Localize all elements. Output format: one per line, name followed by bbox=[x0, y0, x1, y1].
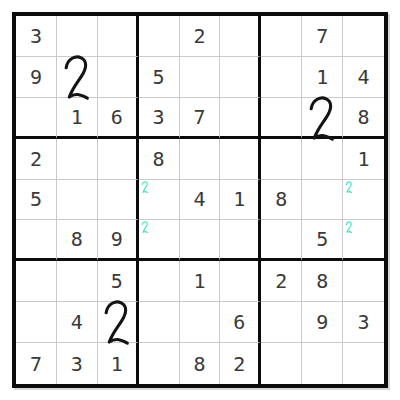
cell-r8c8[interactable]: 9 bbox=[302, 302, 343, 343]
given-digit: 6 bbox=[233, 312, 245, 332]
cell-r8c1[interactable] bbox=[16, 302, 57, 343]
cell-r1c9[interactable] bbox=[343, 16, 384, 57]
given-digit: 7 bbox=[193, 107, 205, 127]
cell-r3c9[interactable]: 8 bbox=[343, 98, 384, 139]
given-digit: 7 bbox=[316, 26, 328, 46]
given-digit: 9 bbox=[111, 229, 123, 249]
given-digit: 1 bbox=[71, 107, 83, 127]
cell-r4c5[interactable] bbox=[180, 139, 221, 180]
cell-r5c4[interactable] bbox=[139, 180, 180, 221]
cell-r5c8[interactable] bbox=[302, 180, 343, 221]
cell-r3c3[interactable]: 6 bbox=[98, 98, 139, 139]
cell-r2c9[interactable]: 4 bbox=[343, 57, 384, 98]
cell-r8c3[interactable] bbox=[98, 302, 139, 343]
cell-r4c8[interactable] bbox=[302, 139, 343, 180]
cell-r4c1[interactable]: 2 bbox=[16, 139, 57, 180]
cell-r9c2[interactable]: 3 bbox=[57, 343, 98, 384]
given-digit: 1 bbox=[358, 149, 370, 169]
given-digit: 8 bbox=[316, 271, 328, 291]
cell-r7c2[interactable] bbox=[57, 261, 98, 302]
pencil-mark-2 bbox=[141, 181, 149, 194]
cell-r2c4[interactable]: 5 bbox=[139, 57, 180, 98]
cell-r6c4[interactable] bbox=[139, 220, 180, 261]
given-digit: 1 bbox=[233, 189, 245, 209]
cell-r6c6[interactable] bbox=[220, 220, 261, 261]
given-digit: 3 bbox=[153, 107, 165, 127]
cell-r1c2[interactable] bbox=[57, 16, 98, 57]
handwritten-digit-2 bbox=[307, 95, 338, 145]
given-digit: 4 bbox=[193, 189, 205, 209]
cell-r2c5[interactable] bbox=[180, 57, 221, 98]
cell-r7c4[interactable] bbox=[139, 261, 180, 302]
given-digit: 2 bbox=[30, 149, 42, 169]
cell-r1c1[interactable]: 3 bbox=[16, 16, 57, 57]
given-digit: 9 bbox=[316, 312, 328, 332]
cell-r3c6[interactable] bbox=[220, 98, 261, 139]
given-digit: 8 bbox=[275, 189, 287, 209]
cell-r9c4[interactable] bbox=[139, 343, 180, 384]
cell-r9c5[interactable]: 8 bbox=[180, 343, 221, 384]
cell-r6c3[interactable]: 9 bbox=[98, 220, 139, 261]
pencil-mark-2 bbox=[141, 221, 149, 234]
cell-r2c2[interactable] bbox=[57, 57, 98, 98]
sudoku-board: 32795141637828154188955128469373182 bbox=[12, 12, 388, 388]
sudoku-app: 32795141637828154188955128469373182 bbox=[0, 0, 400, 400]
cell-r7c6[interactable] bbox=[220, 261, 261, 302]
cell-r3c8[interactable] bbox=[302, 98, 343, 139]
cell-r8c4[interactable] bbox=[139, 302, 180, 343]
cell-r5c3[interactable] bbox=[98, 180, 139, 221]
cell-r8c6[interactable]: 6 bbox=[220, 302, 261, 343]
cell-r6c7[interactable] bbox=[261, 220, 302, 261]
cell-r8c2[interactable]: 4 bbox=[57, 302, 98, 343]
cell-r1c3[interactable] bbox=[98, 16, 139, 57]
cell-r6c5[interactable] bbox=[180, 220, 221, 261]
cell-r2c8[interactable]: 1 bbox=[302, 57, 343, 98]
cell-r7c3[interactable]: 5 bbox=[98, 261, 139, 302]
cell-r3c1[interactable] bbox=[16, 98, 57, 139]
cell-r4c2[interactable] bbox=[57, 139, 98, 180]
given-digit: 5 bbox=[111, 271, 123, 291]
given-digit: 5 bbox=[316, 229, 328, 249]
handwritten-digit-2 bbox=[101, 299, 132, 349]
cell-r7c5[interactable]: 1 bbox=[180, 261, 221, 302]
cell-r3c4[interactable]: 3 bbox=[139, 98, 180, 139]
cell-r4c7[interactable] bbox=[261, 139, 302, 180]
cell-r2c6[interactable] bbox=[220, 57, 261, 98]
cell-r7c7[interactable]: 2 bbox=[261, 261, 302, 302]
given-digit: 8 bbox=[153, 149, 165, 169]
cell-r4c6[interactable] bbox=[220, 139, 261, 180]
cell-r1c7[interactable] bbox=[261, 16, 302, 57]
cell-r5c2[interactable] bbox=[57, 180, 98, 221]
given-digit: 2 bbox=[193, 26, 205, 46]
cell-r8c7[interactable] bbox=[261, 302, 302, 343]
given-digit: 1 bbox=[111, 354, 123, 374]
given-digit: 7 bbox=[30, 354, 42, 374]
given-digit: 4 bbox=[358, 67, 370, 87]
pencil-mark-2 bbox=[345, 181, 353, 194]
given-digit: 8 bbox=[71, 229, 83, 249]
cell-r7c8[interactable]: 8 bbox=[302, 261, 343, 302]
cell-r8c9[interactable]: 3 bbox=[343, 302, 384, 343]
given-digit: 5 bbox=[30, 189, 42, 209]
cell-r3c2[interactable]: 1 bbox=[57, 98, 98, 139]
cell-r3c5[interactable]: 7 bbox=[180, 98, 221, 139]
cell-r5c7[interactable]: 8 bbox=[261, 180, 302, 221]
cell-r9c8[interactable] bbox=[302, 343, 343, 384]
cell-r9c7[interactable] bbox=[261, 343, 302, 384]
cell-r9c1[interactable]: 7 bbox=[16, 343, 57, 384]
cell-r1c8[interactable]: 7 bbox=[302, 16, 343, 57]
given-digit: 8 bbox=[193, 354, 205, 374]
given-digit: 1 bbox=[316, 67, 328, 87]
cell-r6c8[interactable]: 5 bbox=[302, 220, 343, 261]
cell-r4c3[interactable] bbox=[98, 139, 139, 180]
cell-r7c9[interactable] bbox=[343, 261, 384, 302]
given-digit: 3 bbox=[358, 312, 370, 332]
given-digit: 2 bbox=[233, 354, 245, 374]
cell-r1c4[interactable] bbox=[139, 16, 180, 57]
cell-r8c5[interactable] bbox=[180, 302, 221, 343]
cell-r6c1[interactable] bbox=[16, 220, 57, 261]
cell-r5c9[interactable] bbox=[343, 180, 384, 221]
cell-r5c6[interactable]: 1 bbox=[220, 180, 261, 221]
given-digit: 3 bbox=[71, 354, 83, 374]
cell-r1c5[interactable]: 2 bbox=[180, 16, 221, 57]
cell-r4c4[interactable]: 8 bbox=[139, 139, 180, 180]
cell-r5c5[interactable]: 4 bbox=[180, 180, 221, 221]
cell-r9c6[interactable]: 2 bbox=[220, 343, 261, 384]
cell-r6c9[interactable] bbox=[343, 220, 384, 261]
given-digit: 4 bbox=[71, 312, 83, 332]
given-digit: 5 bbox=[153, 67, 165, 87]
cell-r7c1[interactable] bbox=[16, 261, 57, 302]
cell-r5c1[interactable]: 5 bbox=[16, 180, 57, 221]
cell-r3c7[interactable] bbox=[261, 98, 302, 139]
cell-r6c2[interactable]: 8 bbox=[57, 220, 98, 261]
given-digit: 1 bbox=[193, 271, 205, 291]
cell-r2c3[interactable] bbox=[98, 57, 139, 98]
given-digit: 9 bbox=[30, 67, 42, 87]
cell-r2c7[interactable] bbox=[261, 57, 302, 98]
cell-r2c1[interactable]: 9 bbox=[16, 57, 57, 98]
given-digit: 8 bbox=[358, 107, 370, 127]
given-digit: 6 bbox=[111, 107, 123, 127]
cell-r9c3[interactable]: 1 bbox=[98, 343, 139, 384]
handwritten-digit-2 bbox=[61, 54, 92, 104]
cell-r4c9[interactable]: 1 bbox=[343, 139, 384, 180]
cell-r1c6[interactable] bbox=[220, 16, 261, 57]
given-digit: 3 bbox=[30, 26, 42, 46]
given-digit: 2 bbox=[275, 271, 287, 291]
pencil-mark-2 bbox=[345, 221, 353, 234]
cell-r9c9[interactable] bbox=[343, 343, 384, 384]
